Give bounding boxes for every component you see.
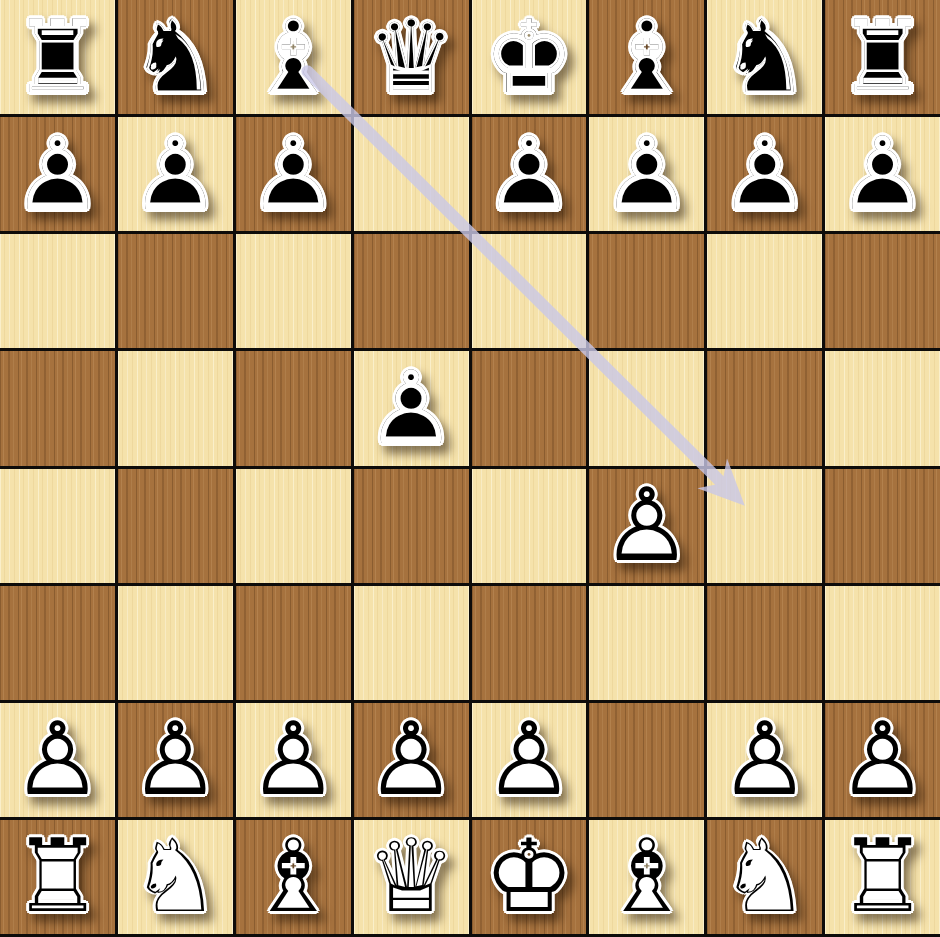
square-e8[interactable]: ♚♔ (472, 0, 587, 114)
square-c6[interactable] (236, 234, 351, 348)
square-c2[interactable]: ♟♙ (236, 703, 351, 817)
square-b7[interactable]: ♟♙ (118, 117, 233, 231)
square-f7[interactable]: ♟♙ (589, 117, 704, 231)
piece-outline-glyph: ♙ (236, 703, 351, 817)
square-g2[interactable]: ♟♙ (707, 703, 822, 817)
square-g5[interactable] (707, 351, 822, 465)
piece-outline-glyph: ♗ (236, 0, 351, 114)
square-d4[interactable] (354, 469, 469, 583)
square-f4[interactable]: ♟♙ (589, 469, 704, 583)
piece-outline-glyph: ♗ (589, 0, 704, 114)
square-b6[interactable] (118, 234, 233, 348)
piece-black-pawn[interactable]: ♟♙ (825, 117, 940, 231)
square-f5[interactable] (589, 351, 704, 465)
piece-outline-glyph: ♙ (0, 703, 115, 817)
piece-black-knight[interactable]: ♞♘ (118, 0, 233, 114)
piece-outline-glyph: ♖ (0, 0, 115, 114)
piece-white-pawn[interactable]: ♟♙ (472, 703, 587, 817)
chess-board: ♜♖♞♘♝♗♛♕♚♔♝♗♞♘♜♖♟♙♟♙♟♙♟♙♟♙♟♙♟♙♟♙♟♙♟♙♟♙♟♙… (0, 0, 940, 937)
square-g8[interactable]: ♞♘ (707, 0, 822, 114)
piece-white-knight[interactable]: ♞♘ (707, 820, 822, 934)
piece-outline-glyph: ♙ (589, 117, 704, 231)
piece-outline-glyph: ♗ (589, 820, 704, 934)
piece-outline-glyph: ♕ (354, 0, 469, 114)
piece-outline-glyph: ♙ (236, 117, 351, 231)
piece-outline-glyph: ♖ (0, 820, 115, 934)
square-d6[interactable] (354, 234, 469, 348)
square-d7[interactable] (354, 117, 469, 231)
square-h6[interactable] (825, 234, 940, 348)
square-a7[interactable]: ♟♙ (0, 117, 115, 231)
square-a5[interactable] (0, 351, 115, 465)
square-a1[interactable]: ♜♖ (0, 820, 115, 934)
piece-black-pawn[interactable]: ♟♙ (472, 117, 587, 231)
square-c7[interactable]: ♟♙ (236, 117, 351, 231)
piece-white-pawn[interactable]: ♟♙ (825, 703, 940, 817)
square-f6[interactable] (589, 234, 704, 348)
square-h5[interactable] (825, 351, 940, 465)
square-c5[interactable] (236, 351, 351, 465)
square-d3[interactable] (354, 586, 469, 700)
piece-outline-glyph: ♙ (707, 703, 822, 817)
square-f3[interactable] (589, 586, 704, 700)
piece-outline-glyph: ♘ (707, 0, 822, 114)
square-e3[interactable] (472, 586, 587, 700)
square-b5[interactable] (118, 351, 233, 465)
piece-black-pawn[interactable]: ♟♙ (0, 117, 115, 231)
piece-black-rook[interactable]: ♜♖ (825, 0, 940, 114)
piece-white-pawn[interactable]: ♟♙ (354, 703, 469, 817)
square-b8[interactable]: ♞♘ (118, 0, 233, 114)
piece-black-bishop[interactable]: ♝♗ (236, 0, 351, 114)
piece-black-pawn[interactable]: ♟♙ (354, 351, 469, 465)
square-h3[interactable] (825, 586, 940, 700)
piece-black-pawn[interactable]: ♟♙ (118, 117, 233, 231)
piece-white-pawn[interactable]: ♟♙ (589, 469, 704, 583)
piece-white-rook[interactable]: ♜♖ (0, 820, 115, 934)
square-g7[interactable]: ♟♙ (707, 117, 822, 231)
piece-white-queen[interactable]: ♛♕ (354, 820, 469, 934)
piece-outline-glyph: ♖ (825, 820, 940, 934)
piece-white-pawn[interactable]: ♟♙ (0, 703, 115, 817)
square-e4[interactable] (472, 469, 587, 583)
piece-outline-glyph: ♗ (236, 820, 351, 934)
piece-white-king[interactable]: ♚♔ (472, 820, 587, 934)
square-a2[interactable]: ♟♙ (0, 703, 115, 817)
square-g3[interactable] (707, 586, 822, 700)
piece-outline-glyph: ♙ (118, 117, 233, 231)
piece-outline-glyph: ♙ (0, 117, 115, 231)
piece-white-bishop[interactable]: ♝♗ (589, 820, 704, 934)
piece-outline-glyph: ♙ (354, 703, 469, 817)
square-f8[interactable]: ♝♗ (589, 0, 704, 114)
piece-outline-glyph: ♘ (118, 0, 233, 114)
piece-white-pawn[interactable]: ♟♙ (236, 703, 351, 817)
square-g6[interactable] (707, 234, 822, 348)
piece-outline-glyph: ♔ (472, 0, 587, 114)
square-c3[interactable] (236, 586, 351, 700)
square-a6[interactable] (0, 234, 115, 348)
piece-outline-glyph: ♙ (825, 703, 940, 817)
piece-black-king[interactable]: ♚♔ (472, 0, 587, 114)
square-g4[interactable] (707, 469, 822, 583)
square-e1[interactable]: ♚♔ (472, 820, 587, 934)
piece-black-rook[interactable]: ♜♖ (0, 0, 115, 114)
piece-black-queen[interactable]: ♛♕ (354, 0, 469, 114)
square-b2[interactable]: ♟♙ (118, 703, 233, 817)
square-e5[interactable] (472, 351, 587, 465)
square-h4[interactable] (825, 469, 940, 583)
square-a4[interactable] (0, 469, 115, 583)
square-b1[interactable]: ♞♘ (118, 820, 233, 934)
piece-black-pawn[interactable]: ♟♙ (589, 117, 704, 231)
piece-outline-glyph: ♕ (354, 820, 469, 934)
piece-outline-glyph: ♙ (472, 703, 587, 817)
square-c8[interactable]: ♝♗ (236, 0, 351, 114)
piece-black-pawn[interactable]: ♟♙ (236, 117, 351, 231)
piece-white-rook[interactable]: ♜♖ (825, 820, 940, 934)
square-b3[interactable] (118, 586, 233, 700)
square-a3[interactable] (0, 586, 115, 700)
piece-black-knight[interactable]: ♞♘ (707, 0, 822, 114)
square-d1[interactable]: ♛♕ (354, 820, 469, 934)
piece-outline-glyph: ♘ (118, 820, 233, 934)
square-d5[interactable]: ♟♙ (354, 351, 469, 465)
square-a8[interactable]: ♜♖ (0, 0, 115, 114)
piece-outline-glyph: ♔ (472, 820, 587, 934)
square-h7[interactable]: ♟♙ (825, 117, 940, 231)
piece-outline-glyph: ♙ (354, 351, 469, 465)
piece-white-bishop[interactable]: ♝♗ (236, 820, 351, 934)
square-h1[interactable]: ♜♖ (825, 820, 940, 934)
piece-outline-glyph: ♙ (825, 117, 940, 231)
square-d8[interactable]: ♛♕ (354, 0, 469, 114)
square-e6[interactable] (472, 234, 587, 348)
square-c4[interactable] (236, 469, 351, 583)
piece-outline-glyph: ♘ (707, 820, 822, 934)
square-e2[interactable]: ♟♙ (472, 703, 587, 817)
square-h2[interactable]: ♟♙ (825, 703, 940, 817)
piece-outline-glyph: ♙ (118, 703, 233, 817)
square-e7[interactable]: ♟♙ (472, 117, 587, 231)
square-f2[interactable] (589, 703, 704, 817)
piece-outline-glyph: ♙ (707, 117, 822, 231)
piece-outline-glyph: ♙ (472, 117, 587, 231)
square-c1[interactable]: ♝♗ (236, 820, 351, 934)
piece-white-knight[interactable]: ♞♘ (118, 820, 233, 934)
piece-white-pawn[interactable]: ♟♙ (707, 703, 822, 817)
square-d2[interactable]: ♟♙ (354, 703, 469, 817)
square-h8[interactable]: ♜♖ (825, 0, 940, 114)
square-g1[interactable]: ♞♘ (707, 820, 822, 934)
square-b4[interactable] (118, 469, 233, 583)
piece-black-bishop[interactable]: ♝♗ (589, 0, 704, 114)
piece-white-pawn[interactable]: ♟♙ (118, 703, 233, 817)
piece-black-pawn[interactable]: ♟♙ (707, 117, 822, 231)
square-f1[interactable]: ♝♗ (589, 820, 704, 934)
piece-outline-glyph: ♖ (825, 0, 940, 114)
piece-outline-glyph: ♙ (589, 469, 704, 583)
